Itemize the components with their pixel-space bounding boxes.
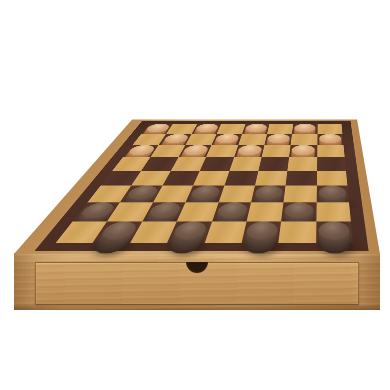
light-checker-piece: ⛀: [244, 124, 268, 133]
light-checker-glyph: ⛀: [194, 124, 219, 133]
dark-checker-glyph: ⛂: [146, 203, 183, 219]
light-checker-piece: ⛀: [214, 134, 240, 143]
square-r4c5: [229, 157, 261, 171]
light-checker-glyph: ⛀: [244, 124, 268, 133]
board-perspective-wrapper: ⛀⛀⛀⛀⛀⛀⛀⛀⛀⛀⛀⛀⛂⛂⛂⛂⛂⛂⛂⛂⛂⛂⛂⛂: [14, 0, 390, 254]
square-r6c5: [218, 186, 255, 203]
square-r5c5: [224, 171, 258, 186]
light-checker-piece: ⛀: [294, 124, 316, 133]
dark-checker-piece: ⛂: [254, 186, 284, 200]
square-r8c7: [279, 222, 316, 244]
square-r7c6: [246, 203, 283, 222]
board-frame-border: ⛀⛀⛀⛀⛀⛀⛀⛀⛀⛀⛀⛀⛂⛂⛂⛂⛂⛂⛂⛂⛂⛂⛂⛂: [34, 121, 368, 251]
light-checker-piece: ⛀: [319, 134, 342, 143]
board-top-surface: ⛀⛀⛀⛀⛀⛀⛀⛀⛀⛀⛀⛀⛂⛂⛂⛂⛂⛂⛂⛂⛂⛂⛂⛂: [14, 120, 380, 254]
square-r8c8: ⛂: [316, 222, 353, 244]
square-r5c8: [317, 171, 348, 186]
square-r7c8: [316, 203, 351, 222]
square-r2c8: ⛀: [317, 134, 343, 145]
dark-checker-piece: ⛂: [319, 186, 347, 200]
board-grid: ⛀⛀⛀⛀⛀⛀⛀⛀⛀⛀⛀⛀⛂⛂⛂⛂⛂⛂⛂⛂⛂⛂⛂⛂: [55, 124, 352, 243]
square-r8c6: ⛂: [241, 222, 281, 244]
square-r1c7: ⛀: [292, 124, 317, 134]
square-r3c7: ⛀: [289, 145, 317, 157]
light-checker-piece: ⛀: [194, 124, 219, 133]
dark-checker-piece: ⛂: [171, 222, 209, 240]
dark-checker-piece: ⛂: [146, 203, 183, 219]
light-checker-glyph: ⛀: [294, 124, 316, 133]
dark-checker-glyph: ⛂: [318, 222, 350, 240]
dark-checker-piece: ⛂: [215, 203, 249, 219]
light-checker-glyph: ⛀: [214, 134, 240, 143]
dark-checker-glyph: ⛂: [284, 203, 314, 219]
square-r3c8: [317, 145, 345, 157]
square-r3c5: ⛀: [234, 145, 265, 157]
dark-checker-piece: ⛂: [189, 186, 222, 200]
square-r3c6: [262, 145, 291, 157]
box-front-bottom-shadow: [14, 304, 380, 310]
light-checker-glyph: ⛀: [236, 145, 262, 155]
dark-checker-glyph: ⛂: [215, 203, 249, 219]
dark-checker-piece: ⛂: [318, 222, 350, 240]
square-r6c8: ⛂: [316, 186, 349, 203]
box-front-panel: [14, 253, 380, 310]
drawer-finger-notch: [186, 262, 208, 273]
dark-checker-glyph: ⛂: [254, 186, 284, 200]
dark-checker-piece: ⛂: [245, 222, 279, 240]
square-r7c5: ⛂: [212, 203, 251, 222]
square-r8c5: [204, 222, 246, 244]
light-checker-piece: ⛀: [291, 145, 315, 155]
square-r1c6: [267, 124, 293, 134]
square-r2c7: [291, 134, 318, 145]
square-r4c8: [317, 157, 346, 171]
square-r7c7: ⛂: [281, 203, 316, 222]
square-r6c6: ⛂: [251, 186, 286, 203]
square-r4c7: [288, 157, 317, 171]
dark-checker-glyph: ⛂: [245, 222, 279, 240]
light-checker-piece: ⛀: [267, 134, 291, 143]
dark-checker-piece: ⛂: [284, 203, 314, 219]
light-checker-piece: ⛀: [236, 145, 262, 155]
square-r4c6: [258, 157, 289, 171]
dark-checker-glyph: ⛂: [171, 222, 209, 240]
light-checker-glyph: ⛀: [291, 145, 315, 155]
checkers-set-photo: ⛀⛀⛀⛀⛀⛀⛀⛀⛀⛀⛀⛀⛂⛂⛂⛂⛂⛂⛂⛂⛂⛂⛂⛂: [0, 0, 390, 390]
square-r1c8: [317, 124, 342, 134]
square-r2c5: [238, 134, 267, 145]
square-r1c5: ⛀: [242, 124, 270, 134]
light-checker-piece: ⛀: [181, 145, 209, 155]
light-checker-glyph: ⛀: [181, 145, 209, 155]
light-checker-glyph: ⛀: [267, 134, 291, 143]
dark-checker-glyph: ⛂: [189, 186, 222, 200]
square-r5c6: [255, 171, 288, 186]
dark-checker-glyph: ⛂: [319, 186, 347, 200]
square-r2c6: ⛀: [264, 134, 292, 145]
square-r6c7: [284, 186, 317, 203]
drawer-front: [35, 262, 359, 305]
light-checker-glyph: ⛀: [319, 134, 342, 143]
square-r5c7: [286, 171, 317, 186]
